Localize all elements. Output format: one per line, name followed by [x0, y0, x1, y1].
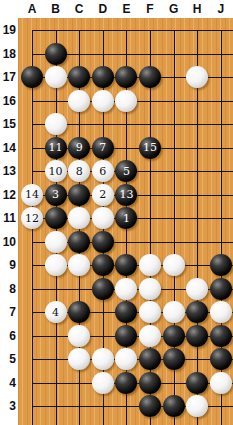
stone-white[interactable]: [45, 113, 67, 135]
stone-black[interactable]: 1: [115, 207, 137, 229]
row-label: 3: [0, 399, 16, 413]
stone-white[interactable]: [163, 254, 185, 276]
stone-black[interactable]: [186, 301, 208, 323]
stone-black[interactable]: [139, 372, 161, 394]
stone-black[interactable]: [45, 43, 67, 65]
grid-line-horizontal: [32, 30, 233, 31]
stone-white[interactable]: [186, 278, 208, 300]
stone-black[interactable]: [45, 207, 67, 229]
stone-black[interactable]: [163, 325, 185, 347]
stone-move-number: 1: [123, 212, 130, 225]
row-label: 19: [0, 23, 16, 37]
stone-move-number: 4: [52, 306, 59, 319]
row-label: 14: [0, 141, 16, 155]
stone-move-number: 2: [99, 188, 106, 201]
stone-black[interactable]: [68, 231, 90, 253]
stone-move-number: 9: [76, 141, 83, 154]
stone-white[interactable]: [68, 325, 90, 347]
stone-white[interactable]: [45, 231, 67, 253]
stone-white[interactable]: [68, 348, 90, 370]
stone-move-number: 5: [123, 165, 130, 178]
row-label: 8: [0, 282, 16, 296]
stone-black[interactable]: [210, 325, 232, 347]
stone-move-number: 10: [49, 165, 63, 178]
row-label: 7: [0, 305, 16, 319]
row-label: 17: [0, 70, 16, 84]
stone-black[interactable]: [115, 254, 137, 276]
stone-white[interactable]: [92, 372, 114, 394]
row-label: 4: [0, 376, 16, 390]
row-label: 6: [0, 329, 16, 343]
stone-black[interactable]: [115, 372, 137, 394]
stone-white[interactable]: 6: [92, 160, 114, 182]
stone-black[interactable]: [163, 395, 185, 417]
stone-black[interactable]: [92, 66, 114, 88]
stone-black[interactable]: [115, 66, 137, 88]
row-label: 15: [0, 117, 16, 131]
stone-white[interactable]: [45, 66, 67, 88]
stone-black[interactable]: [186, 372, 208, 394]
column-label: F: [139, 1, 161, 17]
stone-black[interactable]: [139, 66, 161, 88]
stone-white[interactable]: [139, 278, 161, 300]
stone-white[interactable]: [115, 278, 137, 300]
grid-line-vertical: [197, 30, 198, 425]
stone-white[interactable]: [186, 395, 208, 417]
stone-black[interactable]: [92, 254, 114, 276]
stone-black[interactable]: [210, 348, 232, 370]
row-label: 5: [0, 352, 16, 366]
stone-white[interactable]: [139, 325, 161, 347]
go-board[interactable]: 119715108651432131214: [18, 18, 233, 425]
stone-black[interactable]: [68, 301, 90, 323]
stone-move-number: 12: [25, 212, 39, 225]
stone-white[interactable]: [68, 254, 90, 276]
stone-black[interactable]: [210, 254, 232, 276]
stone-white[interactable]: [45, 254, 67, 276]
stone-move-number: 11: [49, 141, 63, 154]
stone-black[interactable]: [92, 231, 114, 253]
column-label: A: [21, 1, 43, 17]
stone-white[interactable]: [92, 348, 114, 370]
stone-white[interactable]: 4: [45, 301, 67, 323]
stone-move-number: 14: [25, 188, 39, 201]
stone-black[interactable]: [186, 325, 208, 347]
stone-white[interactable]: [115, 348, 137, 370]
column-label: G: [163, 1, 185, 17]
stone-white[interactable]: 12: [21, 207, 43, 229]
row-label: 16: [0, 94, 16, 108]
stone-black[interactable]: [92, 278, 114, 300]
column-label: B: [45, 1, 67, 17]
go-board-diagram: ABCDEFGHJ 191817161514131211109876543 11…: [0, 0, 233, 425]
stone-black[interactable]: [68, 66, 90, 88]
stone-black[interactable]: 9: [68, 137, 90, 159]
stone-black[interactable]: [68, 184, 90, 206]
stone-white[interactable]: 8: [68, 160, 90, 182]
column-label: D: [92, 1, 114, 17]
stone-black[interactable]: 3: [45, 184, 67, 206]
stone-white[interactable]: 14: [21, 184, 43, 206]
stone-white[interactable]: 2: [92, 184, 114, 206]
column-label: E: [115, 1, 137, 17]
row-label: 11: [0, 211, 16, 225]
stone-black[interactable]: [21, 66, 43, 88]
stone-white[interactable]: [92, 90, 114, 112]
stone-black[interactable]: 11: [45, 137, 67, 159]
stone-black[interactable]: 15: [139, 137, 161, 159]
column-label: C: [68, 1, 90, 17]
stone-white[interactable]: [163, 301, 185, 323]
row-label: 10: [0, 235, 16, 249]
stone-move-number: 6: [99, 165, 106, 178]
column-label: J: [210, 1, 232, 17]
stone-white[interactable]: [139, 254, 161, 276]
stone-white[interactable]: [186, 66, 208, 88]
stone-white[interactable]: 10: [45, 160, 67, 182]
row-label: 18: [0, 47, 16, 61]
stone-black[interactable]: [115, 325, 137, 347]
stone-white[interactable]: [210, 372, 232, 394]
stone-black[interactable]: 13: [115, 184, 137, 206]
stone-move-number: 13: [119, 188, 133, 201]
row-label: 9: [0, 258, 16, 272]
stone-black[interactable]: 7: [92, 137, 114, 159]
row-label: 13: [0, 164, 16, 178]
stone-white[interactable]: [115, 90, 137, 112]
stone-black[interactable]: 5: [115, 160, 137, 182]
stone-black[interactable]: [163, 348, 185, 370]
stone-white[interactable]: [210, 301, 232, 323]
stone-white[interactable]: [68, 90, 90, 112]
stone-black[interactable]: [115, 301, 137, 323]
stone-white[interactable]: [92, 207, 114, 229]
stone-white[interactable]: [68, 207, 90, 229]
stone-move-number: 3: [52, 188, 59, 201]
stone-move-number: 7: [99, 141, 106, 154]
row-label: 12: [0, 188, 16, 202]
stone-white[interactable]: [139, 301, 161, 323]
column-label: H: [186, 1, 208, 17]
stone-black[interactable]: [139, 395, 161, 417]
stone-move-number: 15: [143, 141, 157, 154]
stone-black[interactable]: [210, 278, 232, 300]
stone-black[interactable]: [139, 348, 161, 370]
stone-move-number: 8: [76, 165, 83, 178]
